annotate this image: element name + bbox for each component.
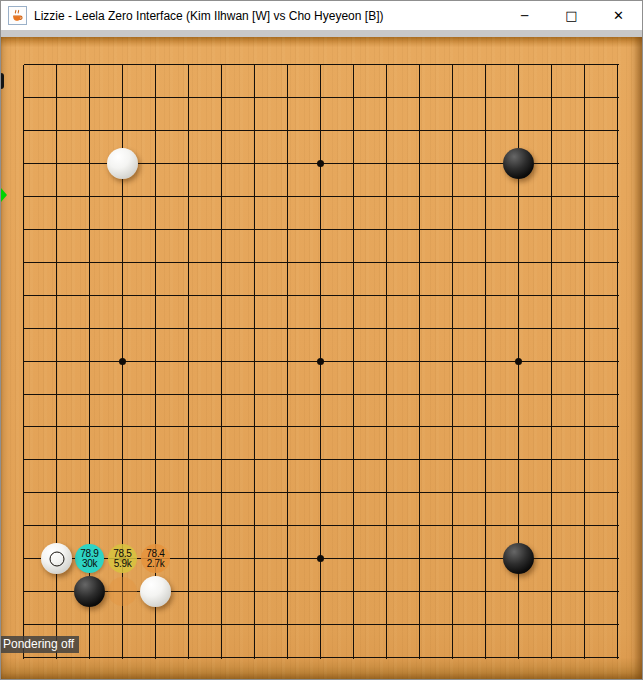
- grid-line: [24, 426, 619, 427]
- grid-line: [24, 64, 619, 65]
- grid-line: [24, 624, 619, 625]
- star-point: [317, 160, 324, 167]
- edge-artifact-green-arrow: [1, 188, 7, 202]
- go-stone-white-D16: [107, 148, 138, 179]
- star-point: [515, 358, 522, 365]
- go-stone-black-C3: [74, 576, 105, 607]
- edge-artifact-black: [1, 73, 4, 89]
- grid-line: [24, 295, 619, 296]
- pondering-status: Pondering off: [1, 636, 79, 653]
- analysis-move-D3[interactable]: [108, 577, 137, 606]
- visits-value: 30k: [82, 559, 97, 569]
- grid-line: [24, 229, 619, 230]
- go-stone-white-B4: [41, 543, 72, 574]
- visits-value: 2.7k: [147, 559, 165, 569]
- grid-line: [24, 328, 619, 329]
- grid-line: [221, 65, 222, 659]
- go-stone-black-Q4: [503, 543, 534, 574]
- grid-line: [485, 65, 486, 659]
- grid-line: [24, 262, 619, 263]
- grid-line: [419, 65, 420, 659]
- grid-line: [24, 130, 619, 131]
- grid-line: [617, 65, 618, 659]
- grid-line: [287, 65, 288, 659]
- grid-line: [254, 65, 255, 659]
- window-title: Lizzie - Leela Zero Interface (Kim Ilhwa…: [34, 9, 383, 23]
- grid-line: [24, 459, 619, 460]
- java-coffee-cup-icon: [8, 6, 27, 25]
- lizzie-window: Lizzie - Leela Zero Interface (Kim Ilhwa…: [0, 0, 643, 680]
- go-board[interactable]: Pondering off 78.930k78.55.9k78.42.7k: [1, 37, 642, 680]
- titlebar: Lizzie - Leela Zero Interface (Kim Ilhwa…: [1, 1, 642, 30]
- grid-line: [24, 394, 619, 395]
- grid-line: [353, 65, 354, 659]
- star-point: [317, 358, 324, 365]
- grid-line: [188, 65, 189, 659]
- menu-strip: [1, 30, 642, 37]
- last-move-marker: [49, 551, 64, 566]
- star-point: [317, 555, 324, 562]
- grid-line: [24, 525, 619, 526]
- grid-line: [551, 65, 552, 659]
- grid-line: [584, 65, 585, 659]
- maximize-button[interactable]: □: [548, 1, 595, 30]
- grid-line: [23, 65, 24, 659]
- minimize-button[interactable]: ─: [501, 1, 548, 30]
- grid-line: [24, 657, 619, 658]
- go-stone-black-Q16: [503, 148, 534, 179]
- grid-line: [24, 97, 619, 98]
- grid-line: [24, 492, 619, 493]
- grid-line: [452, 65, 453, 659]
- go-stone-white-E3: [140, 576, 171, 607]
- analysis-move-D4[interactable]: 78.55.9k: [108, 544, 137, 573]
- star-point: [119, 358, 126, 365]
- analysis-move-C4[interactable]: 78.930k: [75, 544, 104, 573]
- window-controls: ─ □ ✕: [501, 1, 642, 30]
- analysis-move-E4[interactable]: 78.42.7k: [141, 544, 170, 573]
- grid-line: [24, 196, 619, 197]
- visits-value: 5.9k: [114, 559, 132, 569]
- grid-line: [386, 65, 387, 659]
- close-button[interactable]: ✕: [595, 1, 642, 30]
